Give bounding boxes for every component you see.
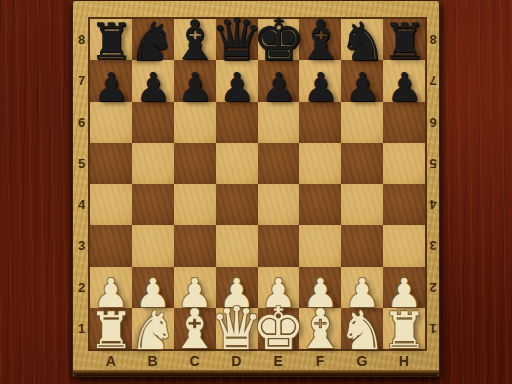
square-b3[interactable]	[132, 225, 174, 266]
rank-label-left-5: 5	[73, 143, 90, 184]
square-f8[interactable]: ♝	[299, 19, 341, 60]
piece-white-rook-a1[interactable]: ♜	[89, 306, 134, 356]
square-a3[interactable]	[90, 225, 132, 266]
square-h5[interactable]	[383, 143, 425, 184]
square-g8[interactable]: ♞	[341, 19, 383, 60]
table-surface: 87654321 ♜♞♝♛♚♝♞♜♟♟♟♟♟♟♟♟♟♟♟♟♟♟♟♟♜♞♝♛♚♝♞…	[0, 0, 512, 384]
rank-label-left-8: 8	[73, 19, 90, 60]
square-f3[interactable]	[299, 225, 341, 266]
rank-label-left-2: 2	[73, 267, 90, 308]
square-g3[interactable]	[341, 225, 383, 266]
rank-label-right-6: 6	[425, 102, 441, 143]
piece-black-pawn-g7[interactable]: ♟	[344, 67, 380, 107]
rank-labels-left: 87654321	[73, 19, 90, 349]
board-side-edge	[73, 370, 439, 376]
rank-label-left-7: 7	[73, 60, 90, 101]
square-f7[interactable]: ♟	[299, 60, 341, 101]
piece-black-knight-g8[interactable]: ♞	[338, 15, 386, 68]
rank-label-right-8: 8	[425, 19, 441, 60]
square-g1[interactable]: ♞	[341, 308, 383, 349]
square-e8[interactable]: ♚	[258, 19, 300, 60]
rank-label-left-4: 4	[73, 184, 90, 225]
square-e1[interactable]: ♚	[258, 308, 300, 349]
piece-black-pawn-e7[interactable]: ♟	[261, 67, 297, 107]
rank-label-right-1: 1	[425, 308, 441, 349]
piece-black-pawn-a7[interactable]: ♟	[93, 67, 129, 107]
playing-area: ♜♞♝♛♚♝♞♜♟♟♟♟♟♟♟♟♟♟♟♟♟♟♟♟♜♞♝♛♚♝♞♜	[90, 19, 425, 349]
square-h4[interactable]	[383, 184, 425, 225]
piece-black-pawn-f7[interactable]: ♟	[302, 67, 338, 107]
square-h8[interactable]: ♜	[383, 19, 425, 60]
rank-label-right-3: 3	[425, 225, 441, 266]
square-d5[interactable]	[216, 143, 258, 184]
piece-black-rook-h8[interactable]: ♜	[382, 17, 427, 67]
piece-black-pawn-h7[interactable]: ♟	[386, 67, 422, 107]
square-a7[interactable]: ♟	[90, 60, 132, 101]
square-a8[interactable]: ♜	[90, 19, 132, 60]
square-h3[interactable]	[383, 225, 425, 266]
piece-black-pawn-c7[interactable]: ♟	[177, 67, 213, 107]
square-b1[interactable]: ♞	[132, 308, 174, 349]
square-b8[interactable]: ♞	[132, 19, 174, 60]
piece-black-pawn-b7[interactable]: ♟	[135, 67, 171, 107]
rank-label-right-4: 4	[425, 184, 441, 225]
square-g5[interactable]	[341, 143, 383, 184]
square-e5[interactable]	[258, 143, 300, 184]
square-f4[interactable]	[299, 184, 341, 225]
square-d3[interactable]	[216, 225, 258, 266]
square-a5[interactable]	[90, 143, 132, 184]
square-f1[interactable]: ♝	[299, 308, 341, 349]
square-b7[interactable]: ♟	[132, 60, 174, 101]
square-e4[interactable]	[258, 184, 300, 225]
rank-label-left-3: 3	[73, 225, 90, 266]
rank-label-right-2: 2	[425, 267, 441, 308]
square-d7[interactable]: ♟	[216, 60, 258, 101]
square-e3[interactable]	[258, 225, 300, 266]
piece-white-knight-g1[interactable]: ♞	[338, 304, 386, 357]
square-f5[interactable]	[299, 143, 341, 184]
rank-label-right-7: 7	[425, 60, 441, 101]
square-c3[interactable]	[174, 225, 216, 266]
square-g7[interactable]: ♟	[341, 60, 383, 101]
piece-black-pawn-d7[interactable]: ♟	[219, 67, 255, 107]
piece-white-rook-h1[interactable]: ♜	[382, 306, 427, 356]
square-d4[interactable]	[216, 184, 258, 225]
square-a1[interactable]: ♜	[90, 308, 132, 349]
square-h7[interactable]: ♟	[383, 60, 425, 101]
square-b5[interactable]	[132, 143, 174, 184]
square-b4[interactable]	[132, 184, 174, 225]
rank-labels-right: 87654321	[425, 19, 441, 349]
square-c7[interactable]: ♟	[174, 60, 216, 101]
chess-board: 87654321 ♜♞♝♛♚♝♞♜♟♟♟♟♟♟♟♟♟♟♟♟♟♟♟♟♜♞♝♛♚♝♞…	[72, 0, 440, 377]
square-c4[interactable]	[174, 184, 216, 225]
rank-label-left-6: 6	[73, 102, 90, 143]
rank-label-right-5: 5	[425, 143, 441, 184]
square-c5[interactable]	[174, 143, 216, 184]
piece-black-rook-a8[interactable]: ♜	[89, 17, 134, 67]
square-a4[interactable]	[90, 184, 132, 225]
rank-label-left-1: 1	[73, 308, 90, 349]
square-e7[interactable]: ♟	[258, 60, 300, 101]
square-h1[interactable]: ♜	[383, 308, 425, 349]
square-g4[interactable]	[341, 184, 383, 225]
